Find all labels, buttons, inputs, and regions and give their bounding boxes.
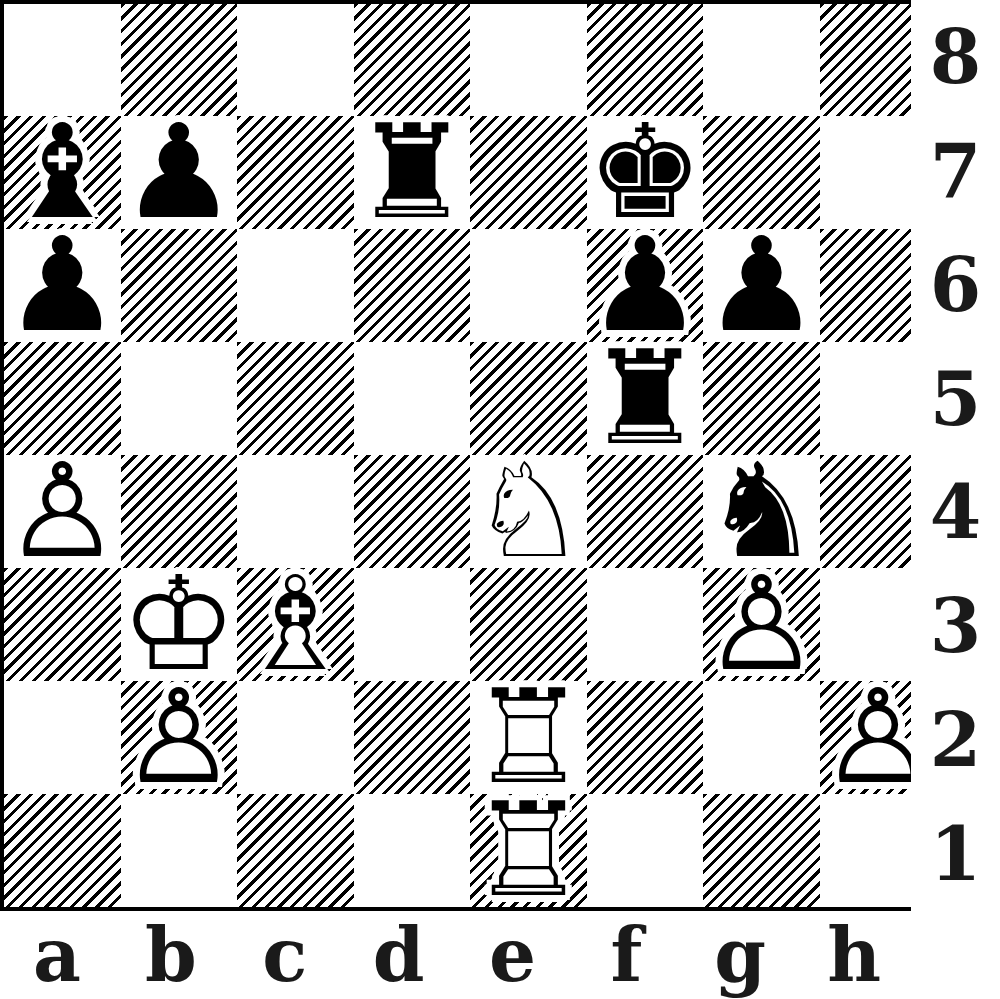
file-label-g: g: [683, 911, 797, 999]
square-c6[interactable]: [237, 229, 354, 342]
piece-black-pawn-b7[interactable]: ♟♟: [121, 116, 238, 229]
piece-black-rook-d7[interactable]: ♜♜: [354, 116, 471, 229]
square-d7[interactable]: ♜♜: [354, 116, 471, 229]
chess-diagram-page: { "game": "chess", "board": { "files": […: [0, 0, 1000, 999]
square-b1[interactable]: [121, 794, 238, 907]
white-knight-icon: ♘: [470, 455, 587, 568]
piece-white-pawn-a4[interactable]: ♟♙: [4, 455, 121, 568]
square-g6[interactable]: ♟♟: [703, 229, 820, 342]
square-e4[interactable]: ♞♘: [470, 455, 587, 568]
square-f3[interactable]: [587, 568, 704, 681]
rank-label-4: 4: [911, 456, 1000, 570]
rank-label-2: 2: [911, 683, 1000, 797]
square-c1[interactable]: [237, 794, 354, 907]
rank-label-5: 5: [911, 342, 1000, 456]
piece-white-knight-e4[interactable]: ♞♘: [470, 455, 587, 568]
black-rook-icon: ♜: [587, 342, 704, 455]
white-rook-icon: ♖: [470, 794, 587, 907]
square-a2[interactable]: [4, 681, 121, 794]
square-f1[interactable]: [587, 794, 704, 907]
rank-label-6: 6: [911, 228, 1000, 342]
square-d4[interactable]: [354, 455, 471, 568]
piece-white-pawn-b2[interactable]: ♟♙: [121, 681, 238, 794]
piece-black-rook-f5[interactable]: ♜♜: [587, 342, 704, 455]
piece-white-rook-e1[interactable]: ♜♖: [470, 794, 587, 907]
square-a6[interactable]: ♟♟: [4, 229, 121, 342]
white-pawn-icon: ♙: [4, 455, 121, 568]
square-b6[interactable]: [121, 229, 238, 342]
board: ♝♝♟♟♜♜♚♚♟♟♟♟♟♟♜♜♟♙♞♘♞♞♚♔♝♗♟♙♟♙♜♖♟♙♜♖: [0, 0, 911, 911]
file-label-e: e: [456, 911, 570, 999]
square-c3[interactable]: ♝♗: [237, 568, 354, 681]
white-pawn-icon: ♙: [703, 568, 820, 681]
file-label-f: f: [569, 911, 683, 999]
black-pawn-icon: ♟: [703, 229, 820, 342]
square-a3[interactable]: [4, 568, 121, 681]
file-label-b: b: [114, 911, 228, 999]
file-label-d: d: [342, 911, 456, 999]
rank-labels: 87654321: [911, 0, 1000, 911]
square-d1[interactable]: [354, 794, 471, 907]
black-pawn-icon: ♟: [4, 229, 121, 342]
square-a4[interactable]: ♟♙: [4, 455, 121, 568]
black-pawn-icon: ♟: [121, 116, 238, 229]
rank-label-7: 7: [911, 114, 1000, 228]
square-e7[interactable]: [470, 116, 587, 229]
square-b5[interactable]: [121, 342, 238, 455]
square-b2[interactable]: ♟♙: [121, 681, 238, 794]
piece-black-pawn-a6[interactable]: ♟♟: [4, 229, 121, 342]
square-e1[interactable]: ♜♖: [470, 794, 587, 907]
file-label-h: h: [797, 911, 911, 999]
piece-white-pawn-g3[interactable]: ♟♙: [703, 568, 820, 681]
square-c5[interactable]: [237, 342, 354, 455]
square-g3[interactable]: ♟♙: [703, 568, 820, 681]
file-label-a: a: [0, 911, 114, 999]
rank-label-1: 1: [911, 797, 1000, 911]
square-c8[interactable]: [237, 4, 354, 116]
black-rook-icon: ♜: [354, 116, 471, 229]
square-d2[interactable]: [354, 681, 471, 794]
square-g8[interactable]: [703, 4, 820, 116]
square-g2[interactable]: [703, 681, 820, 794]
file-label-c: c: [228, 911, 342, 999]
piece-black-pawn-g6[interactable]: ♟♟: [703, 229, 820, 342]
square-d6[interactable]: [354, 229, 471, 342]
square-b7[interactable]: ♟♟: [121, 116, 238, 229]
square-d5[interactable]: [354, 342, 471, 455]
square-a1[interactable]: [4, 794, 121, 907]
square-g1[interactable]: [703, 794, 820, 907]
white-bishop-icon: ♗: [237, 568, 354, 681]
square-d3[interactable]: [354, 568, 471, 681]
rank-label-3: 3: [911, 569, 1000, 683]
square-f5[interactable]: ♜♜: [587, 342, 704, 455]
square-e8[interactable]: [470, 4, 587, 116]
square-e6[interactable]: [470, 229, 587, 342]
piece-white-bishop-c3[interactable]: ♝♗: [237, 568, 354, 681]
square-c2[interactable]: [237, 681, 354, 794]
rank-label-8: 8: [911, 0, 1000, 114]
square-f4[interactable]: [587, 455, 704, 568]
white-pawn-icon: ♙: [121, 681, 238, 794]
square-f2[interactable]: [587, 681, 704, 794]
square-c7[interactable]: [237, 116, 354, 229]
file-labels: abcdefgh: [0, 911, 911, 999]
